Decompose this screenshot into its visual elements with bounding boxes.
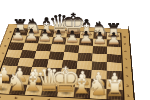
piece-black-pawn: ♟ <box>24 27 38 43</box>
piece-black-pawn: ♟ <box>38 28 53 44</box>
piece-black-pawn: ♟ <box>65 29 80 45</box>
rank-label-6: 6 <box>124 50 127 53</box>
square-h6 <box>107 47 121 55</box>
rank-label-4: 4 <box>0 60 2 63</box>
file-label-c: c <box>31 97 34 100</box>
rank-label-3: 3 <box>125 75 128 78</box>
file-label-e: e <box>64 98 67 100</box>
piece-black-pawn: ♟ <box>11 26 25 42</box>
piece-black-pawn: ♟ <box>79 29 94 45</box>
file-label-b: b <box>14 96 18 99</box>
file-label-f: f <box>80 99 82 100</box>
rank-label-6: 6 <box>4 44 7 46</box>
square-h5 <box>107 54 122 63</box>
square-f7: ♟ <box>79 38 93 46</box>
rank-label-5: 5 <box>1 52 5 55</box>
rank-label-4: 4 <box>125 66 128 69</box>
chess-board: abcdefgh abcdefgh 12345678 12345678 ♜♞♝♛… <box>0 24 134 100</box>
rank-label-7: 7 <box>124 43 127 45</box>
square-g7: ♟ <box>93 39 107 47</box>
piece-black-pawn: ♟ <box>51 28 66 44</box>
file-label-d: d <box>47 98 51 100</box>
chess-board-grid: ♜♞♝♛♚♝♞♜♟♟♟♟♟♟♟♟♟♟♟♟♟♟♟♟♜♞♝♛♚♝♞♜ <box>0 29 123 100</box>
piece-black-pawn: ♟ <box>93 30 108 46</box>
square-h7: ♟ <box>107 39 121 47</box>
square-e7: ♟ <box>65 38 79 46</box>
rank-label-5: 5 <box>124 58 127 61</box>
rank-label-7: 7 <box>6 37 9 39</box>
square-d6 <box>50 44 65 52</box>
rank-label-2: 2 <box>126 84 129 87</box>
file-label-a: a <box>0 95 2 98</box>
rank-label-1: 1 <box>126 93 129 96</box>
square-f6 <box>78 45 93 53</box>
piece-black-pawn: ♟ <box>106 31 121 47</box>
photo-background: abcdefgh abcdefgh 12345678 12345678 ♜♞♝♛… <box>0 0 150 100</box>
rank-label-8: 8 <box>123 36 126 38</box>
piece-white-rook: ♜ <box>105 77 125 100</box>
